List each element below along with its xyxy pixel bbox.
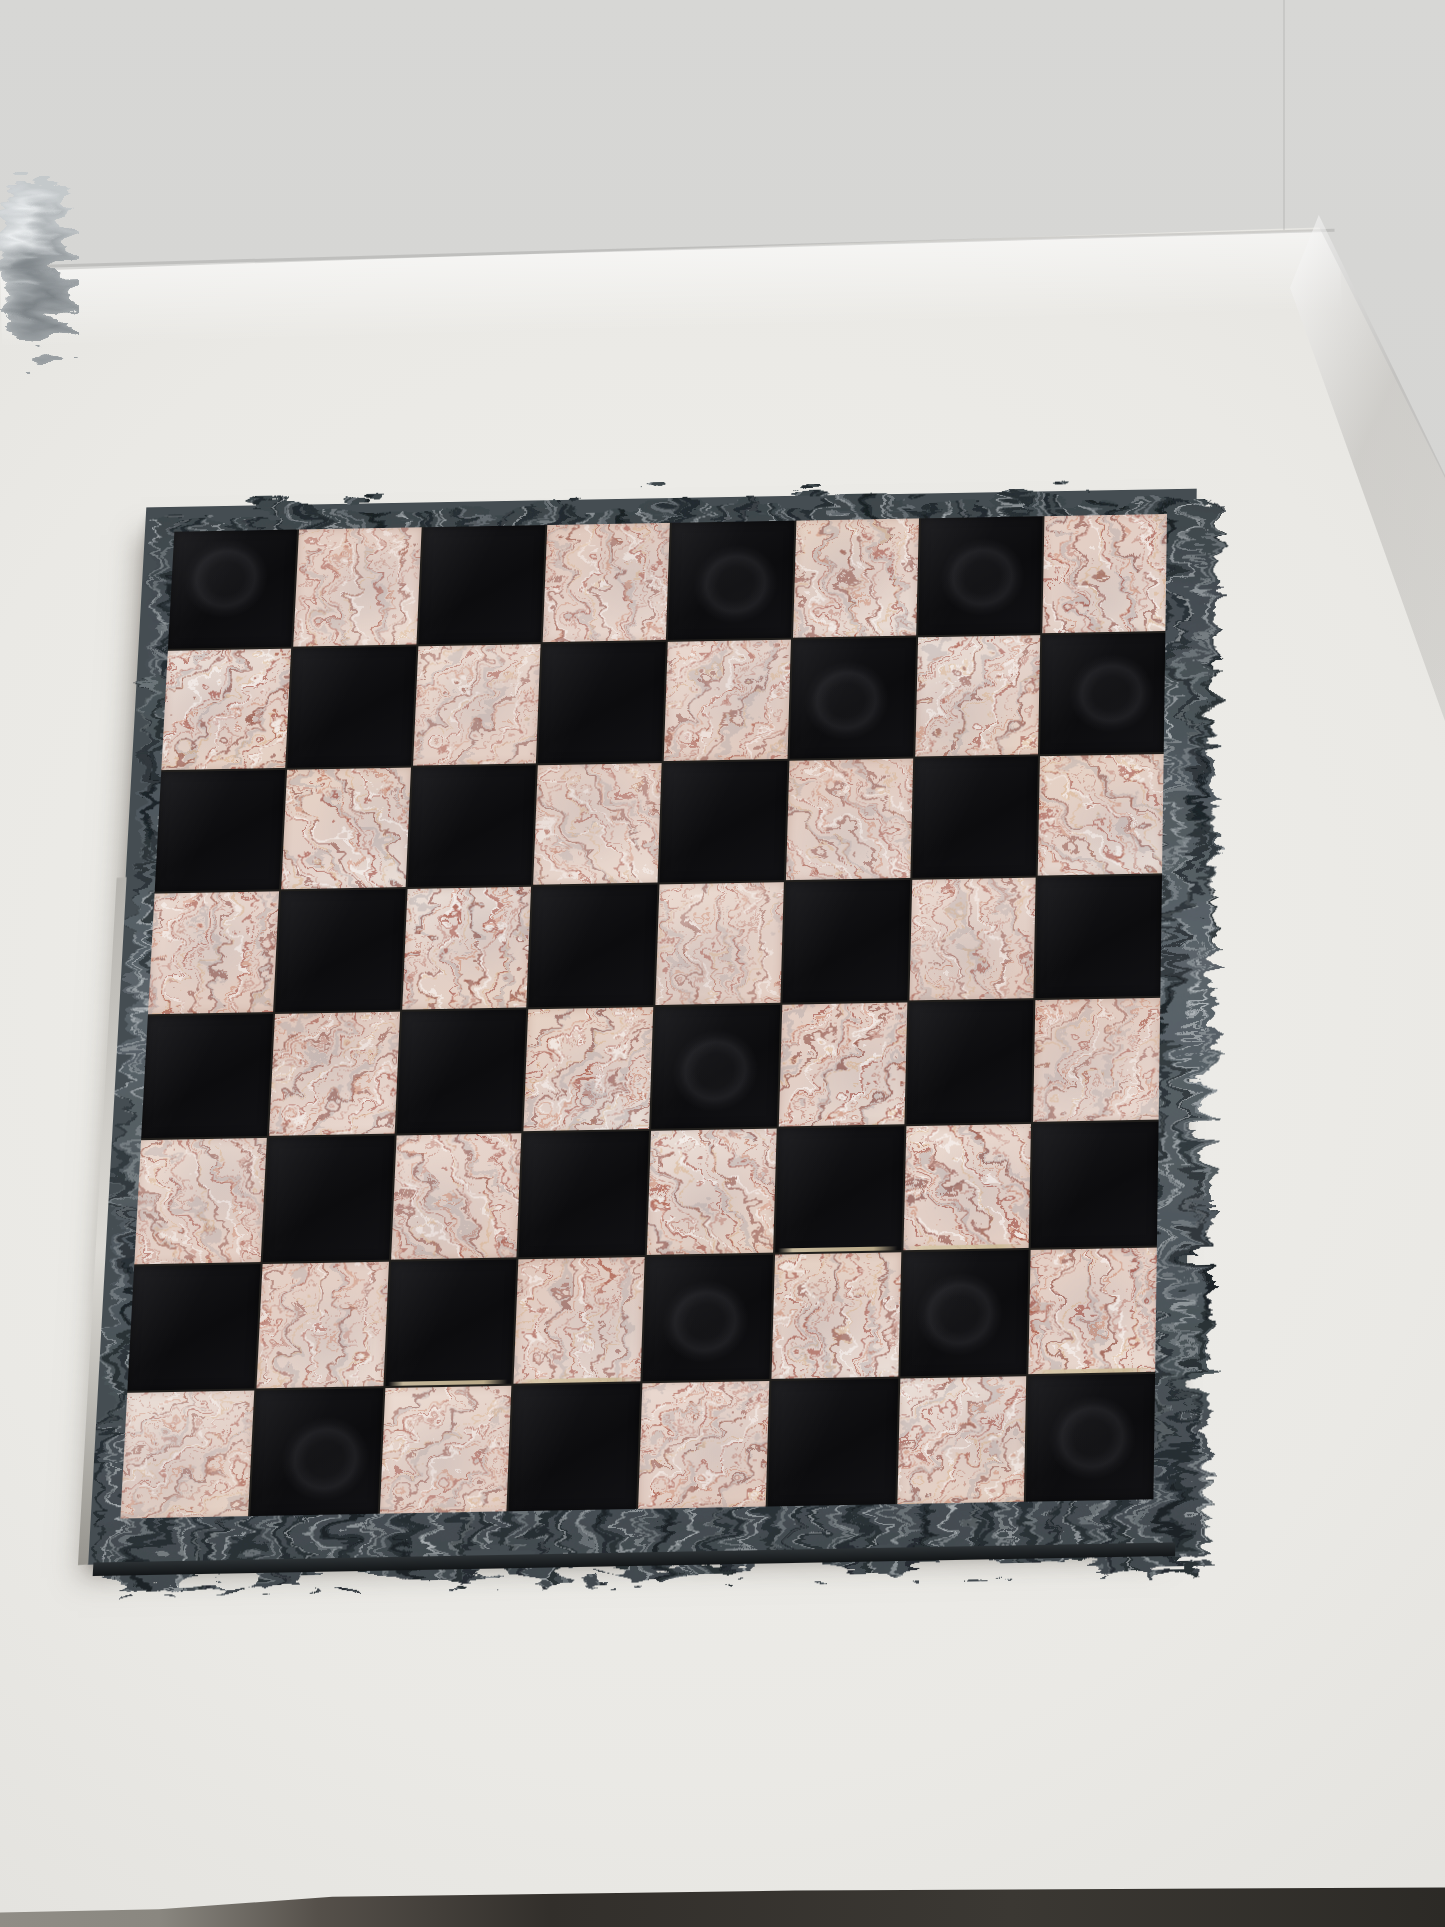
black-marble-sheen xyxy=(1031,1122,1159,1248)
square-r6c1 xyxy=(134,1138,266,1264)
square-r1c2 xyxy=(293,527,421,647)
black-marble-sheen xyxy=(141,1014,273,1138)
rose-marble-veins xyxy=(779,1002,907,1126)
rose-marble-veins xyxy=(786,758,913,880)
rose-marble-veins xyxy=(909,877,1036,1000)
square-r5c6 xyxy=(779,1002,907,1126)
square-r5c2 xyxy=(269,1012,400,1136)
square-r2c2 xyxy=(287,647,416,768)
rose-marble-veins xyxy=(379,1385,511,1513)
square-r6c4 xyxy=(519,1131,649,1257)
square-r6c6 xyxy=(775,1126,904,1252)
square-r5c3 xyxy=(396,1009,526,1133)
black-marble-sheen xyxy=(418,525,546,645)
wall-corner-shadow xyxy=(1283,0,1285,230)
square-r8c3 xyxy=(379,1385,511,1513)
square-r2c3 xyxy=(413,644,541,765)
square-r7c6 xyxy=(771,1252,901,1379)
rose-marble-veins xyxy=(793,518,919,637)
square-r3c6 xyxy=(786,758,913,880)
chess-board xyxy=(87,489,1197,1565)
square-r1c5 xyxy=(668,521,794,641)
black-marble-sheen xyxy=(538,642,666,763)
square-r3c3 xyxy=(407,765,536,887)
tile-grout-gap xyxy=(389,1379,508,1385)
square-r1c4 xyxy=(543,523,670,643)
square-r1c7 xyxy=(918,516,1043,635)
square-r3c4 xyxy=(533,763,661,885)
rose-marble-veins xyxy=(1029,1247,1157,1374)
square-r3c1 xyxy=(155,769,285,891)
square-r8c5 xyxy=(638,1381,769,1509)
square-r1c1 xyxy=(168,530,297,650)
square-r5c4 xyxy=(524,1007,654,1131)
rose-marble-veins xyxy=(256,1261,388,1388)
square-r1c6 xyxy=(793,518,919,637)
rose-marble-veins xyxy=(1033,998,1160,1122)
tile-grout-gap xyxy=(779,1246,898,1252)
black-marble-sheen xyxy=(262,1136,394,1262)
black-marble-sheen xyxy=(782,880,910,1003)
black-marble-sheen xyxy=(912,756,1038,878)
black-marble-sheen xyxy=(767,1378,897,1506)
rose-marble-veins xyxy=(543,523,670,643)
rose-marble-veins xyxy=(413,644,541,765)
black-marble-sheen xyxy=(275,889,405,1012)
rose-marble-veins xyxy=(134,1138,266,1264)
black-marble-sheen xyxy=(775,1126,904,1252)
rose-marble-veins xyxy=(293,527,421,647)
square-r1c3 xyxy=(418,525,546,645)
square-r7c8 xyxy=(1029,1247,1157,1374)
photo-scene xyxy=(0,0,1445,1927)
rose-marble-veins xyxy=(647,1129,777,1255)
rose-marble-veins xyxy=(533,763,661,885)
square-r2c4 xyxy=(538,642,666,763)
square-r6c8 xyxy=(1031,1122,1159,1248)
rose-marble-veins xyxy=(148,891,279,1014)
rose-marble-veins xyxy=(524,1007,654,1131)
square-r3c5 xyxy=(660,760,788,882)
square-r7c5 xyxy=(642,1254,772,1381)
square-r4c5 xyxy=(655,882,783,1005)
rose-marble-veins xyxy=(664,640,791,761)
square-r7c2 xyxy=(256,1261,388,1388)
black-marble-sheen xyxy=(660,760,788,882)
square-r6c3 xyxy=(391,1133,522,1259)
square-r8c8 xyxy=(1026,1374,1155,1502)
square-r7c4 xyxy=(514,1256,645,1383)
black-marble-sheen xyxy=(407,765,536,887)
rose-marble-veins xyxy=(269,1012,400,1136)
square-r4c7 xyxy=(909,877,1036,1000)
square-r7c3 xyxy=(385,1259,517,1386)
rose-marble-veins xyxy=(281,767,411,889)
square-r8c1 xyxy=(120,1390,254,1518)
rose-marble-veins xyxy=(638,1381,769,1509)
square-r1c8 xyxy=(1043,514,1167,633)
square-r2c8 xyxy=(1040,633,1165,754)
square-r8c2 xyxy=(250,1388,383,1516)
square-r8c4 xyxy=(509,1383,641,1511)
tile-grout-gap xyxy=(907,1243,1026,1249)
square-r3c7 xyxy=(912,756,1038,878)
black-marble-sheen xyxy=(509,1383,641,1511)
square-r4c6 xyxy=(782,880,910,1003)
square-r5c1 xyxy=(141,1014,273,1138)
square-r2c1 xyxy=(161,649,291,770)
black-marble-sheen xyxy=(396,1009,526,1133)
rose-marble-veins xyxy=(897,1376,1027,1504)
square-r8c7 xyxy=(897,1376,1027,1504)
black-marble-sheen xyxy=(906,1000,1034,1124)
square-r5c8 xyxy=(1033,998,1160,1122)
square-r6c5 xyxy=(647,1129,777,1255)
rose-marble-veins xyxy=(120,1390,254,1518)
rose-marble-veins xyxy=(771,1252,901,1379)
square-r2c5 xyxy=(664,640,791,761)
black-marble-sheen xyxy=(1036,875,1162,998)
square-r8c6 xyxy=(767,1378,897,1506)
board-grid xyxy=(120,514,1167,1519)
rose-marble-veins xyxy=(915,635,1041,756)
square-r4c8 xyxy=(1036,875,1162,998)
rose-marble-veins xyxy=(161,649,291,770)
square-r5c5 xyxy=(651,1005,780,1129)
rose-marble-veins xyxy=(1043,514,1167,633)
square-r5c7 xyxy=(906,1000,1034,1124)
black-marble-sheen xyxy=(127,1264,260,1391)
square-r7c1 xyxy=(127,1264,260,1391)
square-r2c7 xyxy=(915,635,1041,756)
square-r4c1 xyxy=(148,891,279,1014)
square-r4c3 xyxy=(402,886,532,1009)
rose-marble-veins xyxy=(402,886,532,1009)
black-marble-sheen xyxy=(385,1259,517,1386)
rose-marble-veins xyxy=(514,1256,645,1383)
square-r4c4 xyxy=(529,884,658,1007)
tile-grout-gap xyxy=(517,1377,636,1383)
square-r2c6 xyxy=(789,638,915,759)
black-marble-sheen xyxy=(155,769,285,891)
square-r3c2 xyxy=(281,767,411,889)
square-r3c8 xyxy=(1038,754,1164,876)
square-r7c7 xyxy=(900,1249,1029,1376)
rose-marble-veins xyxy=(391,1133,522,1259)
rose-marble-veins xyxy=(903,1124,1031,1250)
black-marble-sheen xyxy=(529,884,658,1007)
tile-grout-gap xyxy=(1032,1368,1151,1374)
black-marble-sheen xyxy=(519,1131,649,1257)
black-marble-sheen xyxy=(287,647,416,768)
square-r6c7 xyxy=(903,1124,1031,1250)
rose-marble-veins xyxy=(655,882,783,1005)
square-r6c2 xyxy=(262,1136,394,1262)
rose-marble-veins xyxy=(1038,754,1164,876)
square-r4c2 xyxy=(275,889,405,1012)
